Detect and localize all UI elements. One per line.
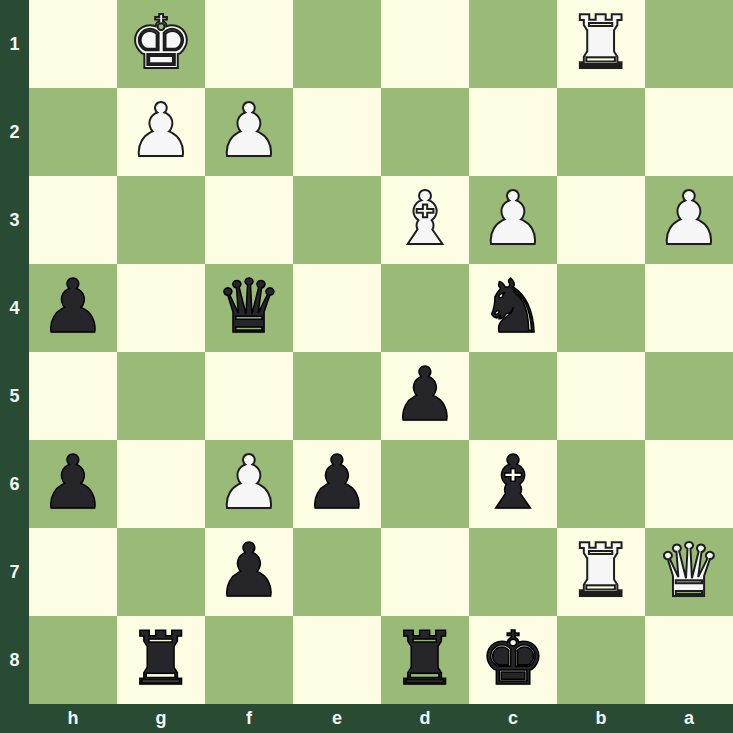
square-e8[interactable] xyxy=(293,616,381,704)
square-f7[interactable]: ♟ xyxy=(205,528,293,616)
square-f6[interactable]: ♟ xyxy=(205,440,293,528)
black-rook[interactable]: ♜ xyxy=(128,614,194,702)
square-e4[interactable] xyxy=(293,264,381,352)
white-pawn[interactable]: ♟ xyxy=(480,174,546,262)
square-b3[interactable] xyxy=(557,176,645,264)
white-rook[interactable]: ♜ xyxy=(568,0,634,86)
square-b1[interactable]: ♜ xyxy=(557,0,645,88)
chess-board: 1♚♜2♟♟3♝♟♟4♟♛♞5♟6♟♟♟♝7♟♜♛8♜♜♚hgfedcba xyxy=(0,0,733,733)
square-d5[interactable]: ♟ xyxy=(381,352,469,440)
file-label-g: g xyxy=(117,704,205,733)
square-a2[interactable] xyxy=(645,88,733,176)
square-a8[interactable] xyxy=(645,616,733,704)
square-h8[interactable] xyxy=(29,616,117,704)
white-king[interactable]: ♚ xyxy=(128,0,194,86)
square-e5[interactable] xyxy=(293,352,381,440)
white-pawn[interactable]: ♟ xyxy=(216,438,282,526)
square-c4[interactable]: ♞ xyxy=(469,264,557,352)
white-pawn[interactable]: ♟ xyxy=(656,174,722,262)
white-pawn[interactable]: ♟ xyxy=(128,86,194,174)
white-bishop[interactable]: ♝ xyxy=(392,174,458,262)
black-king[interactable]: ♚ xyxy=(480,614,546,702)
square-g2[interactable]: ♟ xyxy=(117,88,205,176)
square-h6[interactable]: ♟ xyxy=(29,440,117,528)
square-f3[interactable] xyxy=(205,176,293,264)
black-pawn[interactable]: ♟ xyxy=(216,526,282,614)
file-label-b: b xyxy=(557,704,645,733)
rank-label-8: 8 xyxy=(0,616,29,704)
square-g8[interactable]: ♜ xyxy=(117,616,205,704)
square-c6[interactable]: ♝ xyxy=(469,440,557,528)
square-a4[interactable] xyxy=(645,264,733,352)
rank-label-3: 3 xyxy=(0,176,29,264)
square-g4[interactable] xyxy=(117,264,205,352)
white-queen[interactable]: ♛ xyxy=(656,526,722,614)
square-c3[interactable]: ♟ xyxy=(469,176,557,264)
square-h7[interactable] xyxy=(29,528,117,616)
square-d6[interactable] xyxy=(381,440,469,528)
black-bishop[interactable]: ♝ xyxy=(480,438,546,526)
square-a7[interactable]: ♛ xyxy=(645,528,733,616)
square-g5[interactable] xyxy=(117,352,205,440)
square-d3[interactable]: ♝ xyxy=(381,176,469,264)
square-c8[interactable]: ♚ xyxy=(469,616,557,704)
square-f2[interactable]: ♟ xyxy=(205,88,293,176)
square-e2[interactable] xyxy=(293,88,381,176)
square-g1[interactable]: ♚ xyxy=(117,0,205,88)
square-h5[interactable] xyxy=(29,352,117,440)
square-d7[interactable] xyxy=(381,528,469,616)
square-b8[interactable] xyxy=(557,616,645,704)
square-e7[interactable] xyxy=(293,528,381,616)
rank-label-4: 4 xyxy=(0,264,29,352)
black-pawn[interactable]: ♟ xyxy=(392,350,458,438)
square-e3[interactable] xyxy=(293,176,381,264)
frame-corner xyxy=(0,704,29,733)
rank-label-2: 2 xyxy=(0,88,29,176)
black-pawn[interactable]: ♟ xyxy=(40,438,106,526)
black-queen[interactable]: ♛ xyxy=(216,262,282,350)
white-pawn[interactable]: ♟ xyxy=(216,86,282,174)
square-h2[interactable] xyxy=(29,88,117,176)
file-label-d: d xyxy=(381,704,469,733)
square-a1[interactable] xyxy=(645,0,733,88)
square-g7[interactable] xyxy=(117,528,205,616)
square-b2[interactable] xyxy=(557,88,645,176)
rank-label-1: 1 xyxy=(0,0,29,88)
white-rook[interactable]: ♜ xyxy=(568,526,634,614)
black-pawn[interactable]: ♟ xyxy=(40,262,106,350)
black-pawn[interactable]: ♟ xyxy=(304,438,370,526)
black-knight[interactable]: ♞ xyxy=(480,262,546,350)
square-c7[interactable] xyxy=(469,528,557,616)
rank-label-6: 6 xyxy=(0,440,29,528)
file-label-f: f xyxy=(205,704,293,733)
square-e1[interactable] xyxy=(293,0,381,88)
file-label-c: c xyxy=(469,704,557,733)
square-d8[interactable]: ♜ xyxy=(381,616,469,704)
file-label-a: a xyxy=(645,704,733,733)
square-b4[interactable] xyxy=(557,264,645,352)
square-f8[interactable] xyxy=(205,616,293,704)
square-f5[interactable] xyxy=(205,352,293,440)
square-a3[interactable]: ♟ xyxy=(645,176,733,264)
square-e6[interactable]: ♟ xyxy=(293,440,381,528)
square-g3[interactable] xyxy=(117,176,205,264)
square-a5[interactable] xyxy=(645,352,733,440)
square-h4[interactable]: ♟ xyxy=(29,264,117,352)
black-rook[interactable]: ♜ xyxy=(392,614,458,702)
square-d1[interactable] xyxy=(381,0,469,88)
square-b6[interactable] xyxy=(557,440,645,528)
square-f4[interactable]: ♛ xyxy=(205,264,293,352)
square-b7[interactable]: ♜ xyxy=(557,528,645,616)
square-f1[interactable] xyxy=(205,0,293,88)
rank-label-5: 5 xyxy=(0,352,29,440)
square-a6[interactable] xyxy=(645,440,733,528)
square-d4[interactable] xyxy=(381,264,469,352)
square-h3[interactable] xyxy=(29,176,117,264)
square-g6[interactable] xyxy=(117,440,205,528)
square-c1[interactable] xyxy=(469,0,557,88)
square-h1[interactable] xyxy=(29,0,117,88)
file-label-h: h xyxy=(29,704,117,733)
square-b5[interactable] xyxy=(557,352,645,440)
square-c2[interactable] xyxy=(469,88,557,176)
file-label-e: e xyxy=(293,704,381,733)
square-d2[interactable] xyxy=(381,88,469,176)
rank-label-7: 7 xyxy=(0,528,29,616)
square-c5[interactable] xyxy=(469,352,557,440)
